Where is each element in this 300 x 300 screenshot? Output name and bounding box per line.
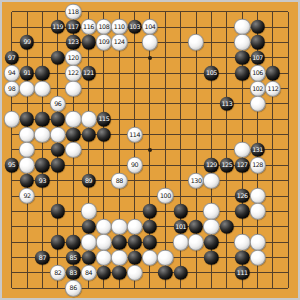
intersection[interactable]: [50, 219, 65, 234]
intersection[interactable]: [142, 204, 157, 219]
intersection[interactable]: [204, 127, 219, 142]
intersection[interactable]: [19, 158, 34, 173]
intersection[interactable]: [173, 127, 188, 142]
intersection[interactable]: [127, 204, 142, 219]
intersection[interactable]: [65, 81, 80, 96]
intersection[interactable]: [235, 35, 250, 50]
intersection[interactable]: [158, 19, 173, 34]
intersection[interactable]: [81, 81, 96, 96]
intersection[interactable]: [265, 50, 280, 65]
intersection[interactable]: 116: [81, 19, 96, 34]
intersection[interactable]: [235, 19, 250, 34]
intersection[interactable]: [96, 142, 111, 157]
intersection[interactable]: [19, 219, 34, 234]
intersection[interactable]: [50, 81, 65, 96]
intersection[interactable]: [281, 158, 296, 173]
intersection[interactable]: [112, 81, 127, 96]
intersection[interactable]: [19, 127, 34, 142]
intersection[interactable]: [65, 173, 80, 188]
intersection[interactable]: [219, 250, 234, 265]
intersection[interactable]: 94: [4, 65, 19, 80]
intersection[interactable]: [81, 112, 96, 127]
intersection[interactable]: [65, 112, 80, 127]
intersection[interactable]: [4, 265, 19, 280]
intersection[interactable]: [81, 35, 96, 50]
intersection[interactable]: [127, 281, 142, 296]
intersection[interactable]: [127, 219, 142, 234]
intersection[interactable]: [173, 188, 188, 203]
intersection[interactable]: [158, 250, 173, 265]
intersection[interactable]: [96, 4, 111, 19]
intersection[interactable]: [142, 81, 157, 96]
intersection[interactable]: 95: [4, 158, 19, 173]
intersection[interactable]: 117: [65, 19, 80, 34]
intersection[interactable]: [219, 50, 234, 65]
intersection[interactable]: [250, 35, 265, 50]
intersection[interactable]: [4, 281, 19, 296]
intersection[interactable]: 114: [127, 127, 142, 142]
intersection[interactable]: [35, 35, 50, 50]
intersection[interactable]: [65, 96, 80, 111]
intersection[interactable]: 129: [204, 158, 219, 173]
intersection[interactable]: 100: [158, 188, 173, 203]
intersection[interactable]: [219, 81, 234, 96]
intersection[interactable]: [96, 65, 111, 80]
intersection[interactable]: 86: [65, 281, 80, 296]
intersection[interactable]: 107: [250, 50, 265, 65]
intersection[interactable]: [50, 127, 65, 142]
intersection[interactable]: 118: [65, 4, 80, 19]
intersection[interactable]: [173, 250, 188, 265]
intersection[interactable]: [112, 127, 127, 142]
intersection[interactable]: [265, 281, 280, 296]
intersection[interactable]: [250, 281, 265, 296]
intersection[interactable]: [96, 281, 111, 296]
intersection[interactable]: [188, 142, 203, 157]
intersection[interactable]: [158, 158, 173, 173]
intersection[interactable]: [112, 265, 127, 280]
intersection[interactable]: [142, 235, 157, 250]
intersection[interactable]: [250, 4, 265, 19]
intersection[interactable]: [188, 188, 203, 203]
intersection[interactable]: [19, 50, 34, 65]
intersection[interactable]: [4, 4, 19, 19]
intersection[interactable]: [142, 219, 157, 234]
intersection[interactable]: [265, 265, 280, 280]
intersection[interactable]: [50, 235, 65, 250]
intersection[interactable]: [112, 65, 127, 80]
intersection[interactable]: [188, 19, 203, 34]
intersection[interactable]: [127, 50, 142, 65]
intersection[interactable]: [65, 188, 80, 203]
intersection[interactable]: [158, 4, 173, 19]
intersection[interactable]: [204, 112, 219, 127]
intersection[interactable]: [219, 127, 234, 142]
intersection[interactable]: 90: [127, 158, 142, 173]
intersection[interactable]: [281, 127, 296, 142]
intersection[interactable]: [158, 235, 173, 250]
intersection[interactable]: [265, 173, 280, 188]
intersection[interactable]: [158, 219, 173, 234]
intersection[interactable]: [204, 250, 219, 265]
intersection[interactable]: [219, 281, 234, 296]
intersection[interactable]: 102: [250, 81, 265, 96]
intersection[interactable]: [188, 112, 203, 127]
intersection[interactable]: [173, 65, 188, 80]
intersection[interactable]: 126: [235, 188, 250, 203]
intersection[interactable]: 131: [250, 142, 265, 157]
intersection[interactable]: [65, 127, 80, 142]
intersection[interactable]: [219, 188, 234, 203]
intersection[interactable]: [127, 35, 142, 50]
intersection[interactable]: [96, 265, 111, 280]
intersection[interactable]: [265, 127, 280, 142]
intersection[interactable]: [204, 281, 219, 296]
intersection[interactable]: [281, 81, 296, 96]
intersection[interactable]: [19, 235, 34, 250]
intersection[interactable]: 127: [235, 158, 250, 173]
intersection[interactable]: [265, 65, 280, 80]
intersection[interactable]: [65, 158, 80, 173]
intersection[interactable]: [112, 96, 127, 111]
intersection[interactable]: [173, 204, 188, 219]
intersection[interactable]: [281, 50, 296, 65]
intersection[interactable]: [250, 173, 265, 188]
intersection[interactable]: [158, 173, 173, 188]
intersection[interactable]: [173, 158, 188, 173]
intersection[interactable]: 112: [265, 81, 280, 96]
intersection[interactable]: [235, 142, 250, 157]
intersection[interactable]: [35, 96, 50, 111]
intersection[interactable]: [50, 281, 65, 296]
intersection[interactable]: [265, 219, 280, 234]
intersection[interactable]: [188, 35, 203, 50]
intersection[interactable]: [173, 96, 188, 111]
intersection[interactable]: [81, 204, 96, 219]
intersection[interactable]: [96, 204, 111, 219]
intersection[interactable]: [81, 96, 96, 111]
intersection[interactable]: [96, 188, 111, 203]
intersection[interactable]: [112, 50, 127, 65]
intersection[interactable]: 122: [65, 65, 80, 80]
intersection[interactable]: 89: [81, 173, 96, 188]
intersection[interactable]: 99: [19, 35, 34, 50]
intersection[interactable]: [188, 96, 203, 111]
intersection[interactable]: [4, 235, 19, 250]
intersection[interactable]: 88: [112, 173, 127, 188]
intersection[interactable]: [35, 81, 50, 96]
intersection[interactable]: 93: [35, 173, 50, 188]
intersection[interactable]: [281, 281, 296, 296]
intersection[interactable]: [96, 235, 111, 250]
intersection[interactable]: [142, 35, 157, 50]
intersection[interactable]: 108: [96, 19, 111, 34]
go-board[interactable]: 1181191171161081101031049912310912497120…: [4, 4, 296, 296]
intersection[interactable]: [158, 81, 173, 96]
intersection[interactable]: [142, 265, 157, 280]
intersection[interactable]: 125: [219, 158, 234, 173]
intersection[interactable]: [219, 4, 234, 19]
intersection[interactable]: [219, 142, 234, 157]
intersection[interactable]: [96, 50, 111, 65]
intersection[interactable]: [250, 112, 265, 127]
intersection[interactable]: [19, 4, 34, 19]
intersection[interactable]: [173, 19, 188, 34]
intersection[interactable]: [50, 4, 65, 19]
intersection[interactable]: [127, 250, 142, 265]
intersection[interactable]: [81, 4, 96, 19]
intersection[interactable]: [265, 204, 280, 219]
intersection[interactable]: [204, 19, 219, 34]
intersection[interactable]: [35, 188, 50, 203]
intersection[interactable]: 97: [4, 50, 19, 65]
intersection[interactable]: 130: [188, 173, 203, 188]
intersection[interactable]: [265, 188, 280, 203]
intersection[interactable]: [265, 235, 280, 250]
intersection[interactable]: [188, 4, 203, 19]
intersection[interactable]: [65, 235, 80, 250]
intersection[interactable]: [173, 50, 188, 65]
intersection[interactable]: [4, 219, 19, 234]
intersection[interactable]: [19, 250, 34, 265]
intersection[interactable]: [142, 250, 157, 265]
intersection[interactable]: [219, 65, 234, 80]
intersection[interactable]: 87: [35, 250, 50, 265]
intersection[interactable]: [19, 173, 34, 188]
intersection[interactable]: [281, 142, 296, 157]
intersection[interactable]: [158, 65, 173, 80]
intersection[interactable]: [158, 265, 173, 280]
intersection[interactable]: [235, 81, 250, 96]
intersection[interactable]: [35, 235, 50, 250]
intersection[interactable]: [127, 96, 142, 111]
intersection[interactable]: [235, 112, 250, 127]
intersection[interactable]: [127, 65, 142, 80]
intersection[interactable]: [50, 158, 65, 173]
intersection[interactable]: [219, 35, 234, 50]
intersection[interactable]: [50, 250, 65, 265]
intersection[interactable]: [281, 235, 296, 250]
intersection[interactable]: [281, 204, 296, 219]
intersection[interactable]: 123: [65, 35, 80, 50]
intersection[interactable]: [19, 204, 34, 219]
intersection[interactable]: [112, 4, 127, 19]
intersection[interactable]: [281, 65, 296, 80]
intersection[interactable]: [4, 204, 19, 219]
intersection[interactable]: [265, 112, 280, 127]
intersection[interactable]: [188, 235, 203, 250]
intersection[interactable]: [219, 173, 234, 188]
intersection[interactable]: [81, 281, 96, 296]
intersection[interactable]: [35, 281, 50, 296]
intersection[interactable]: [81, 127, 96, 142]
intersection[interactable]: [158, 50, 173, 65]
intersection[interactable]: [188, 204, 203, 219]
intersection[interactable]: [158, 112, 173, 127]
intersection[interactable]: [188, 281, 203, 296]
intersection[interactable]: [173, 281, 188, 296]
intersection[interactable]: [50, 204, 65, 219]
intersection[interactable]: [265, 96, 280, 111]
intersection[interactable]: [4, 250, 19, 265]
intersection[interactable]: [142, 4, 157, 19]
intersection[interactable]: [112, 158, 127, 173]
intersection[interactable]: [4, 173, 19, 188]
intersection[interactable]: [204, 173, 219, 188]
intersection[interactable]: [188, 65, 203, 80]
intersection[interactable]: [235, 4, 250, 19]
intersection[interactable]: [235, 173, 250, 188]
intersection[interactable]: [173, 142, 188, 157]
intersection[interactable]: [250, 127, 265, 142]
intersection[interactable]: 98: [4, 81, 19, 96]
intersection[interactable]: [235, 204, 250, 219]
intersection[interactable]: [281, 19, 296, 34]
intersection[interactable]: [50, 50, 65, 65]
intersection[interactable]: [219, 219, 234, 234]
intersection[interactable]: [235, 96, 250, 111]
intersection[interactable]: [235, 250, 250, 265]
intersection[interactable]: [281, 250, 296, 265]
intersection[interactable]: [112, 235, 127, 250]
intersection[interactable]: [4, 188, 19, 203]
intersection[interactable]: [188, 127, 203, 142]
intersection[interactable]: [173, 35, 188, 50]
intersection[interactable]: [281, 265, 296, 280]
intersection[interactable]: [112, 204, 127, 219]
intersection[interactable]: [127, 142, 142, 157]
intersection[interactable]: [35, 4, 50, 19]
intersection[interactable]: [265, 250, 280, 265]
intersection[interactable]: [35, 65, 50, 80]
intersection[interactable]: [19, 142, 34, 157]
intersection[interactable]: [112, 219, 127, 234]
intersection[interactable]: [96, 250, 111, 265]
intersection[interactable]: [281, 4, 296, 19]
intersection[interactable]: [142, 96, 157, 111]
intersection[interactable]: [158, 96, 173, 111]
intersection[interactable]: [65, 219, 80, 234]
intersection[interactable]: [4, 142, 19, 157]
intersection[interactable]: [265, 158, 280, 173]
intersection[interactable]: [281, 112, 296, 127]
intersection[interactable]: [50, 35, 65, 50]
intersection[interactable]: [142, 65, 157, 80]
intersection[interactable]: [250, 265, 265, 280]
intersection[interactable]: [250, 204, 265, 219]
intersection[interactable]: 119: [50, 19, 65, 34]
intersection[interactable]: [112, 112, 127, 127]
intersection[interactable]: 121: [81, 65, 96, 80]
intersection[interactable]: [204, 204, 219, 219]
intersection[interactable]: [65, 142, 80, 157]
intersection[interactable]: [250, 219, 265, 234]
intersection[interactable]: [19, 81, 34, 96]
intersection[interactable]: [142, 188, 157, 203]
intersection[interactable]: 82: [50, 265, 65, 280]
intersection[interactable]: [142, 158, 157, 173]
intersection[interactable]: [204, 35, 219, 50]
intersection[interactable]: [81, 188, 96, 203]
intersection[interactable]: [81, 50, 96, 65]
intersection[interactable]: [127, 112, 142, 127]
intersection[interactable]: [50, 173, 65, 188]
intersection[interactable]: [4, 19, 19, 34]
intersection[interactable]: 106: [250, 65, 265, 80]
intersection[interactable]: 111: [235, 265, 250, 280]
intersection[interactable]: 96: [50, 96, 65, 111]
intersection[interactable]: [142, 173, 157, 188]
intersection[interactable]: [112, 188, 127, 203]
intersection[interactable]: [281, 219, 296, 234]
intersection[interactable]: [112, 250, 127, 265]
intersection[interactable]: [127, 188, 142, 203]
intersection[interactable]: [158, 127, 173, 142]
intersection[interactable]: [50, 65, 65, 80]
intersection[interactable]: [81, 158, 96, 173]
intersection[interactable]: [219, 112, 234, 127]
intersection[interactable]: [235, 235, 250, 250]
intersection[interactable]: [19, 96, 34, 111]
intersection[interactable]: [265, 35, 280, 50]
intersection[interactable]: [35, 204, 50, 219]
intersection[interactable]: [96, 158, 111, 173]
intersection[interactable]: [173, 173, 188, 188]
intersection[interactable]: [219, 265, 234, 280]
intersection[interactable]: [204, 235, 219, 250]
intersection[interactable]: [173, 235, 188, 250]
intersection[interactable]: [96, 127, 111, 142]
intersection[interactable]: [173, 265, 188, 280]
intersection[interactable]: 91: [19, 65, 34, 80]
intersection[interactable]: [158, 204, 173, 219]
intersection[interactable]: [127, 173, 142, 188]
intersection[interactable]: [188, 158, 203, 173]
intersection[interactable]: 104: [142, 19, 157, 34]
intersection[interactable]: 128: [250, 158, 265, 173]
intersection[interactable]: [204, 265, 219, 280]
intersection[interactable]: [4, 35, 19, 50]
intersection[interactable]: [235, 219, 250, 234]
intersection[interactable]: [50, 142, 65, 157]
intersection[interactable]: [35, 112, 50, 127]
intersection[interactable]: [173, 81, 188, 96]
intersection[interactable]: [81, 250, 96, 265]
intersection[interactable]: [235, 65, 250, 80]
intersection[interactable]: [127, 4, 142, 19]
intersection[interactable]: [35, 127, 50, 142]
intersection[interactable]: [204, 4, 219, 19]
intersection[interactable]: [112, 281, 127, 296]
intersection[interactable]: [35, 265, 50, 280]
intersection[interactable]: [188, 250, 203, 265]
intersection[interactable]: [96, 173, 111, 188]
intersection[interactable]: [250, 96, 265, 111]
intersection[interactable]: [4, 96, 19, 111]
intersection[interactable]: [81, 235, 96, 250]
intersection[interactable]: [281, 35, 296, 50]
intersection[interactable]: [50, 112, 65, 127]
intersection[interactable]: [188, 265, 203, 280]
intersection[interactable]: [96, 81, 111, 96]
intersection[interactable]: [235, 127, 250, 142]
intersection[interactable]: [50, 188, 65, 203]
intersection[interactable]: [173, 4, 188, 19]
intersection[interactable]: 105: [204, 65, 219, 80]
intersection[interactable]: [158, 142, 173, 157]
intersection[interactable]: 83: [65, 265, 80, 280]
intersection[interactable]: 124: [112, 35, 127, 50]
